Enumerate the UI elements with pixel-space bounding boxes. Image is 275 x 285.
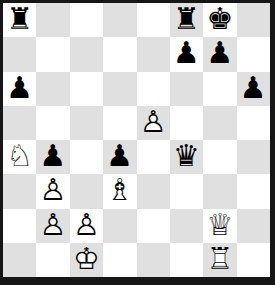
black-queen-piece[interactable]: ♛ [170, 140, 203, 174]
piece-glyph: ♟ [240, 73, 267, 103]
square-c3[interactable] [70, 174, 103, 208]
square-a4[interactable]: ♞♘ [3, 140, 36, 174]
white-bishop-piece[interactable]: ♝♗ [103, 174, 136, 208]
square-g8[interactable]: ♚ [203, 3, 236, 37]
piece-glyph: ♟ [6, 73, 33, 103]
piece-glyph: ♕ [206, 210, 233, 240]
white-pawn-piece[interactable]: ♟♙ [36, 174, 69, 208]
square-d5[interactable] [103, 106, 136, 140]
square-g2[interactable]: ♛♕ [203, 209, 236, 243]
piece-glyph: ♛ [173, 142, 200, 172]
square-d7[interactable] [103, 37, 136, 71]
square-a6[interactable]: ♟ [3, 72, 36, 106]
piece-glyph: ♙ [40, 176, 67, 206]
square-d1[interactable] [103, 243, 136, 277]
square-f5[interactable] [170, 106, 203, 140]
square-f6[interactable] [170, 72, 203, 106]
square-c1[interactable]: ♚♔ [70, 243, 103, 277]
black-rook-piece[interactable]: ♜ [3, 3, 36, 37]
square-d4[interactable]: ♟ [103, 140, 136, 174]
piece-glyph: ♙ [140, 107, 167, 137]
black-pawn-piece[interactable]: ♟ [3, 72, 36, 106]
square-a2[interactable] [3, 209, 36, 243]
piece-glyph: ♘ [6, 142, 33, 172]
piece-glyph: ♜ [173, 5, 200, 35]
piece-glyph: ♖ [206, 244, 233, 274]
square-f3[interactable] [170, 174, 203, 208]
white-king-piece[interactable]: ♚♔ [70, 243, 103, 277]
piece-glyph: ♙ [73, 210, 100, 240]
square-d2[interactable] [103, 209, 136, 243]
square-b5[interactable] [36, 106, 69, 140]
piece-glyph: ♟ [106, 142, 133, 172]
black-rook-piece[interactable]: ♜ [170, 3, 203, 37]
square-c2[interactable]: ♟♙ [70, 209, 103, 243]
white-knight-piece[interactable]: ♞♘ [3, 140, 36, 174]
square-h4[interactable] [237, 140, 270, 174]
square-f1[interactable] [170, 243, 203, 277]
square-e3[interactable] [137, 174, 170, 208]
square-b4[interactable]: ♟ [36, 140, 69, 174]
square-d8[interactable] [103, 3, 136, 37]
piece-glyph: ♙ [40, 210, 67, 240]
square-c6[interactable] [70, 72, 103, 106]
square-a8[interactable]: ♜ [3, 3, 36, 37]
square-e6[interactable] [137, 72, 170, 106]
black-pawn-piece[interactable]: ♟ [237, 72, 270, 106]
square-a7[interactable] [3, 37, 36, 71]
white-rook-piece[interactable]: ♜♖ [203, 243, 236, 277]
square-f4[interactable]: ♛ [170, 140, 203, 174]
piece-glyph: ♜ [6, 5, 33, 35]
square-f2[interactable] [170, 209, 203, 243]
black-pawn-piece[interactable]: ♟ [36, 140, 69, 174]
square-e1[interactable] [137, 243, 170, 277]
black-pawn-piece[interactable]: ♟ [103, 140, 136, 174]
square-h1[interactable] [237, 243, 270, 277]
square-h5[interactable] [237, 106, 270, 140]
square-c8[interactable] [70, 3, 103, 37]
square-g3[interactable] [203, 174, 236, 208]
square-b3[interactable]: ♟♙ [36, 174, 69, 208]
square-g7[interactable]: ♟ [203, 37, 236, 71]
piece-glyph: ♟ [40, 142, 67, 172]
piece-glyph: ♗ [106, 176, 133, 206]
square-d3[interactable]: ♝♗ [103, 174, 136, 208]
square-f8[interactable]: ♜ [170, 3, 203, 37]
square-b7[interactable] [36, 37, 69, 71]
square-a5[interactable] [3, 106, 36, 140]
square-e2[interactable] [137, 209, 170, 243]
square-g1[interactable]: ♜♖ [203, 243, 236, 277]
square-e8[interactable] [137, 3, 170, 37]
board-frame: ♜♜♚♟♟♟♟♟♙♞♘♟♟♛♟♙♝♗♟♙♟♙♛♕♚♔♜♖ [0, 0, 275, 285]
square-h2[interactable] [237, 209, 270, 243]
square-b1[interactable] [36, 243, 69, 277]
black-pawn-piece[interactable]: ♟ [170, 37, 203, 71]
square-h3[interactable] [237, 174, 270, 208]
piece-glyph: ♟ [173, 39, 200, 69]
square-b8[interactable] [36, 3, 69, 37]
black-pawn-piece[interactable]: ♟ [203, 37, 236, 71]
square-g5[interactable] [203, 106, 236, 140]
square-a3[interactable] [3, 174, 36, 208]
square-g6[interactable] [203, 72, 236, 106]
piece-glyph: ♔ [73, 244, 100, 274]
piece-glyph: ♟ [206, 39, 233, 69]
square-c5[interactable] [70, 106, 103, 140]
square-h8[interactable] [237, 3, 270, 37]
square-g4[interactable] [203, 140, 236, 174]
square-e4[interactable] [137, 140, 170, 174]
white-pawn-piece[interactable]: ♟♙ [137, 106, 170, 140]
square-d6[interactable] [103, 72, 136, 106]
square-b6[interactable] [36, 72, 69, 106]
square-e7[interactable] [137, 37, 170, 71]
white-queen-piece[interactable]: ♛♕ [203, 209, 236, 243]
square-a1[interactable] [3, 243, 36, 277]
square-e5[interactable]: ♟♙ [137, 106, 170, 140]
square-f7[interactable]: ♟ [170, 37, 203, 71]
chess-board: ♜♜♚♟♟♟♟♟♙♞♘♟♟♛♟♙♝♗♟♙♟♙♛♕♚♔♜♖ [3, 3, 270, 277]
square-c4[interactable] [70, 140, 103, 174]
square-h6[interactable]: ♟ [237, 72, 270, 106]
square-h7[interactable] [237, 37, 270, 71]
piece-glyph: ♚ [206, 5, 233, 35]
square-b2[interactable]: ♟♙ [36, 209, 69, 243]
black-king-piece[interactable]: ♚ [203, 3, 236, 37]
white-pawn-piece[interactable]: ♟♙ [70, 209, 103, 243]
white-pawn-piece[interactable]: ♟♙ [36, 209, 69, 243]
square-c7[interactable] [70, 37, 103, 71]
